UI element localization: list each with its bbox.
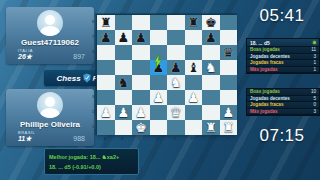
stat-row-value: 10 [311,89,316,94]
square-h4[interactable] [220,75,238,90]
square-g5[interactable]: ♞ [202,60,220,75]
black-pawn-a7: ♟ [100,30,112,45]
square-h6[interactable]: ♛ [220,45,238,60]
square-f6[interactable] [185,45,203,60]
white-pawn-d3: ♟ [152,90,164,105]
white-knight-g5: ♞ [205,60,217,75]
square-c7[interactable]: ♟ [132,30,150,45]
rank-labels: 87654321 [91,14,95,134]
black-pawn-g7: ♟ [205,30,217,45]
stat-row: Más jogadas3 [247,109,319,116]
square-a5[interactable] [97,60,115,75]
board-area: 87654321 ♜♜♚♟♟♟♟♛♟♟♝♞♞♞♟♟♟♟♟♛♟♚♜♜ ABCDEF… [96,14,236,134]
square-b1[interactable] [115,120,133,135]
stat-row-label: Jogadas fracas [250,60,283,65]
square-e6[interactable] [167,45,185,60]
stat-row-value: 11 [311,47,316,52]
player-card-bottom: Phillipe Oliveira BRASIL 11★ 988 [6,89,94,146]
file-label-a: A [96,136,114,141]
clock-bottom: 07:15 [244,126,320,152]
white-pawn-h2: ♟ [222,105,234,120]
square-f3[interactable]: ♟ [185,90,203,105]
square-g4[interactable] [202,75,220,90]
white-rook-h1: ♜ [222,120,234,135]
white-knight-e4: ♞ [170,75,182,90]
square-e7[interactable] [167,30,185,45]
black-rook-f8: ♜ [187,15,199,30]
square-b8[interactable] [115,15,133,30]
square-b6[interactable] [115,45,133,60]
square-e3[interactable] [167,90,185,105]
white-queen-e2: ♛ [170,105,182,120]
square-f1[interactable] [185,120,203,135]
stats-panel-bottom: Boas jogadas10Jogadas decentes5Jogadas f… [246,88,320,116]
black-bishop-f5: ♝ [187,60,199,75]
rank-label-3: 3 [91,89,95,104]
square-f5[interactable]: ♝ [185,60,203,75]
clock-top: 05:41 [244,6,320,32]
rank-label-4: 4 [91,74,95,89]
square-a6[interactable] [97,45,115,60]
player-name-top: Guest47119062 [6,38,94,47]
chess-board: ♜♜♚♟♟♟♟♛♟♟♝♞♞♞♟♟♟♟♟♛♟♚♜♜ [96,14,236,134]
black-king-g8: ♚ [205,15,217,30]
white-pawn-f3: ♟ [187,90,199,105]
rank-label-5: 5 [91,59,95,74]
square-d7[interactable] [150,30,168,45]
square-e4[interactable]: ♞ [167,75,185,90]
white-pawn-c2: ♟ [135,105,147,120]
rank-label-8: 8 [91,14,95,29]
last-move-row: 18. ... d5 [247,39,319,47]
white-king-c1: ♚ [135,120,147,135]
square-c4[interactable] [132,75,150,90]
analysis-played-move: 18. ... d5 (-0.91/+0.0) [49,162,134,172]
analysis-best-move: Melhor jogada: 18... ♞xa2+ [49,152,134,162]
square-h3[interactable] [220,90,238,105]
square-e2[interactable]: ♛ [167,105,185,120]
square-g6[interactable] [202,45,220,60]
square-e1[interactable] [167,120,185,135]
square-a4[interactable] [97,75,115,90]
stat-row-value: 3 [313,109,316,114]
square-c5[interactable] [132,60,150,75]
square-h8[interactable] [220,15,238,30]
player-rating-top: 897 [73,53,85,60]
square-f2[interactable] [185,105,203,120]
square-h7[interactable] [220,30,238,45]
square-g8[interactable]: ♚ [202,15,220,30]
square-c2[interactable]: ♟ [132,105,150,120]
file-labels: ABCDEFGH [96,136,236,141]
stat-row-label: Boas jogadas [250,89,280,94]
square-h2[interactable]: ♟ [220,105,238,120]
stat-row-label: Jogadas fracas [250,102,283,107]
player-card-top: Guest47119062 ITALIA 26★ 897 [6,7,94,64]
stat-row-label: Jogadas decentes [250,96,290,101]
square-b4[interactable]: ♞ [115,75,133,90]
white-pawn-b2: ♟ [117,105,129,120]
file-label-d: D [149,136,167,141]
player-stars-bottom: 11★ [18,135,32,143]
stat-row-value: 5 [313,96,316,101]
black-pawn-c7: ♟ [135,30,147,45]
stat-row-label: Boas jogadas [250,47,280,52]
square-b5[interactable] [115,60,133,75]
stats-panel-top: 18. ... d5 Boas jogadas11Jogadas decente… [246,38,320,74]
square-a8[interactable]: ♜ [97,15,115,30]
square-a1[interactable] [97,120,115,135]
black-queen-h6: ♛ [222,45,234,60]
square-h5[interactable] [220,60,238,75]
square-e8[interactable] [167,15,185,30]
move-quality-dot [313,41,317,45]
square-b2[interactable]: ♟ [115,105,133,120]
square-f8[interactable]: ♜ [185,15,203,30]
avatar-top [37,10,63,36]
rank-label-6: 6 [91,44,95,59]
file-label-e: E [166,136,184,141]
black-knight-b4: ♞ [117,75,129,90]
square-b7[interactable]: ♟ [115,30,133,45]
square-a7[interactable]: ♟ [97,30,115,45]
logo-text-chess: Chess [57,74,81,83]
square-e5[interactable]: ♟ [167,60,185,75]
player-stars-top: 26★ [18,53,32,61]
square-g7[interactable]: ♟ [202,30,220,45]
rank-label-2: 2 [91,104,95,119]
stat-row-value: 1 [313,67,316,72]
white-rook-g1: ♜ [205,120,217,135]
white-pawn-a2: ♟ [100,105,112,120]
stat-row-label: Más jogadas [250,67,278,72]
last-move-text: 18. ... d5 [250,40,270,46]
square-a3[interactable] [97,90,115,105]
square-d8[interactable] [150,15,168,30]
logo-shield-icon [83,73,91,83]
square-g1[interactable]: ♜ [202,120,220,135]
square-a2[interactable]: ♟ [97,105,115,120]
last-move-arrow-icon [154,54,163,69]
file-label-b: B [114,136,132,141]
square-g3[interactable] [202,90,220,105]
analysis-box: Melhor jogada: 18... ♞xa2+ 18. ... d5 (-… [44,148,139,175]
stat-row-value: 1 [313,60,316,65]
square-c6[interactable] [132,45,150,60]
square-d4[interactable] [150,75,168,90]
file-label-g: G [201,136,219,141]
black-pawn-e5: ♟ [170,60,182,75]
stat-row-value: 0 [313,102,316,107]
rank-label-1: 1 [91,119,95,134]
square-b3[interactable] [115,90,133,105]
square-f4[interactable] [185,75,203,90]
stat-row: Más jogadas1 [247,67,319,74]
file-label-f: F [184,136,202,141]
file-label-h: H [219,136,237,141]
square-c1[interactable]: ♚ [132,120,150,135]
square-d1[interactable] [150,120,168,135]
player-rating-bottom: 988 [73,135,85,142]
square-d5[interactable]: ♟ [150,60,168,75]
game-screen: Guest47119062 ITALIA 26★ 897 Chess Frien… [0,0,320,180]
square-g2[interactable] [202,105,220,120]
black-pawn-b7: ♟ [117,30,129,45]
stat-row-label: Jogadas decentes [250,54,290,59]
player-name-bottom: Phillipe Oliveira [6,120,94,129]
file-label-c: C [131,136,149,141]
black-rook-a8: ♜ [100,15,112,30]
square-c8[interactable] [132,15,150,30]
stat-row-label: Más jogadas [250,109,278,114]
square-d2[interactable] [150,105,168,120]
square-h1[interactable]: ♜ [220,120,238,135]
square-c3[interactable] [132,90,150,105]
rank-label-7: 7 [91,29,95,44]
square-d3[interactable]: ♟ [150,90,168,105]
stat-row-value: 3 [313,54,316,59]
square-f7[interactable] [185,30,203,45]
avatar-bottom [37,92,63,118]
